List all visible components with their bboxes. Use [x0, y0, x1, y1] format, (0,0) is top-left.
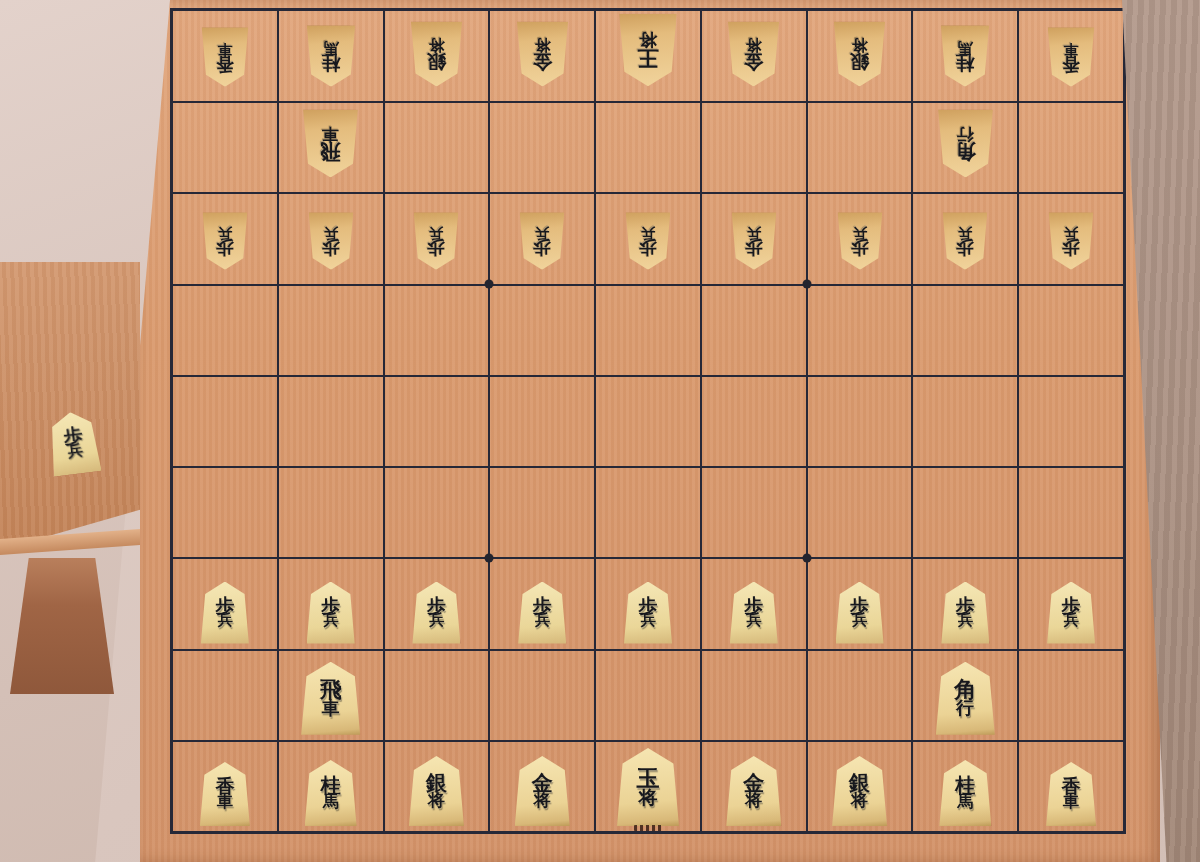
piece-silver-sente[interactable]: 銀将 — [832, 756, 887, 826]
square-9i[interactable]: 香車 — [172, 741, 278, 832]
piece-kanji: 兵 — [746, 614, 761, 628]
piece-pawn-gote[interactable]: 歩兵 — [308, 212, 353, 270]
piece-kanji: 将 — [534, 38, 550, 53]
square-7b[interactable] — [384, 102, 490, 193]
piece-kanji: 馬 — [323, 795, 339, 810]
piece-knight-sente[interactable]: 桂馬 — [305, 760, 357, 826]
piece-kanji: 兵 — [535, 226, 549, 239]
square-1b[interactable] — [1018, 102, 1124, 193]
piece-pawn-sente[interactable]: 歩兵 — [730, 582, 778, 644]
piece-lance-sente[interactable]: 香車 — [1046, 762, 1096, 826]
piece-kanji: 車 — [1064, 42, 1079, 56]
piece-kanji: 兵 — [1064, 614, 1079, 628]
square-1h[interactable] — [1018, 650, 1124, 741]
piece-kanji: 将 — [745, 793, 762, 809]
piece-kanji: 将 — [428, 793, 445, 809]
square-1g[interactable]: 歩兵 — [1018, 558, 1124, 649]
piece-pawn-gote[interactable]: 歩兵 — [203, 212, 248, 270]
piece-pawn-gote[interactable]: 歩兵 — [731, 212, 776, 270]
square-3d[interactable] — [807, 285, 913, 376]
square-5d[interactable] — [595, 285, 701, 376]
square-5a[interactable]: 王将 — [595, 10, 701, 102]
square-7d[interactable] — [384, 285, 490, 376]
square-8a[interactable]: 桂馬 — [278, 10, 384, 102]
square-3a[interactable]: 銀将 — [807, 10, 913, 102]
square-6f[interactable] — [489, 467, 595, 558]
square-1a[interactable]: 香車 — [1018, 10, 1124, 102]
square-7a[interactable]: 銀将 — [384, 10, 490, 102]
piece-kanji: 行 — [956, 700, 974, 717]
square-4d[interactable] — [701, 285, 807, 376]
hoshi-dot — [802, 279, 811, 288]
piece-kanji: 銀 — [427, 52, 447, 70]
square-9g[interactable]: 歩兵 — [172, 558, 278, 649]
piece-kanji: 将 — [534, 793, 551, 809]
piece-silver-gote[interactable]: 銀将 — [834, 21, 885, 86]
piece-lance-gote[interactable]: 香車 — [1048, 27, 1095, 87]
piece-lance-sente[interactable]: 香車 — [200, 762, 250, 826]
piece-kanji: 兵 — [747, 226, 761, 239]
piece-pawn-gote[interactable]: 歩兵 — [943, 212, 988, 270]
piece-pawn-sente[interactable]: 歩兵 — [1047, 582, 1095, 644]
square-4g[interactable]: 歩兵 — [701, 558, 807, 649]
square-2e[interactable] — [912, 376, 1018, 467]
piece-pawn-sente[interactable]: 歩兵 — [624, 582, 672, 644]
square-2h[interactable]: 角行 — [912, 650, 1018, 741]
piece-pawn-gote[interactable]: 歩兵 — [837, 212, 882, 270]
piece-kanji: 将 — [638, 789, 657, 806]
square-5e[interactable] — [595, 376, 701, 467]
square-1i[interactable]: 香車 — [1018, 741, 1124, 832]
square-8i[interactable]: 桂馬 — [278, 741, 384, 832]
piece-rook-gote[interactable]: 飛車 — [303, 110, 358, 178]
square-3f[interactable] — [807, 467, 913, 558]
piece-pawn-sente[interactable]: 歩兵 — [836, 582, 884, 644]
piece-knight-sente[interactable]: 桂馬 — [939, 760, 991, 826]
square-5i[interactable]: 玉将 — [595, 741, 701, 832]
piece-kanji: 兵 — [958, 614, 973, 628]
square-2g[interactable]: 歩兵 — [912, 558, 1018, 649]
square-6h[interactable] — [489, 650, 595, 741]
square-6a[interactable]: 金将 — [489, 10, 595, 102]
square-2b[interactable]: 角行 — [912, 102, 1018, 193]
square-6c[interactable]: 歩兵 — [489, 193, 595, 284]
square-1e[interactable] — [1018, 376, 1124, 467]
piece-silver-gote[interactable]: 銀将 — [411, 21, 462, 86]
square-4i[interactable]: 金将 — [701, 741, 807, 832]
piece-kanji: 馬 — [958, 41, 973, 55]
square-7g[interactable]: 歩兵 — [384, 558, 490, 649]
komadai-stand — [0, 262, 140, 702]
square-9f[interactable] — [172, 467, 278, 558]
square-8c[interactable]: 歩兵 — [278, 193, 384, 284]
square-5c[interactable]: 歩兵 — [595, 193, 701, 284]
square-6d[interactable] — [489, 285, 595, 376]
piece-silver-sente[interactable]: 銀将 — [409, 756, 464, 826]
square-2d[interactable] — [912, 285, 1018, 376]
square-9e[interactable] — [172, 376, 278, 467]
komadai-top-surface — [0, 262, 140, 550]
square-3b[interactable] — [807, 102, 913, 193]
square-9c[interactable]: 歩兵 — [172, 193, 278, 284]
piece-gold-sente[interactable]: 金将 — [726, 756, 781, 826]
piece-kanji: 飛 — [320, 142, 340, 161]
square-6b[interactable] — [489, 102, 595, 193]
square-8e[interactable] — [278, 376, 384, 467]
square-8g[interactable]: 歩兵 — [278, 558, 384, 649]
piece-kanji: 車 — [217, 42, 232, 56]
square-6i[interactable]: 金将 — [489, 741, 595, 832]
hoshi-dot — [485, 279, 494, 288]
square-4f[interactable] — [701, 467, 807, 558]
piece-kanji: 将 — [429, 38, 445, 53]
square-7e[interactable] — [384, 376, 490, 467]
piece-pawn-gote[interactable]: 歩兵 — [1049, 212, 1094, 270]
square-3g[interactable]: 歩兵 — [807, 558, 913, 649]
piece-pawn-gote[interactable]: 歩兵 — [414, 212, 459, 270]
square-2i[interactable]: 桂馬 — [912, 741, 1018, 832]
piece-kanji: 金 — [744, 52, 764, 70]
piece-gold-gote[interactable]: 金将 — [517, 21, 568, 86]
piece-kanji: 将 — [852, 38, 868, 53]
piece-knight-gote[interactable]: 桂馬 — [306, 25, 354, 86]
piece-pawn-sente[interactable]: 歩兵 — [307, 582, 355, 644]
piece-kanji: 兵 — [1064, 226, 1078, 239]
piece-kanji: 兵 — [641, 226, 655, 239]
komadai-pedestal — [10, 558, 114, 694]
square-4h[interactable] — [701, 650, 807, 741]
piece-gold-sente[interactable]: 金将 — [515, 756, 570, 826]
piece-kanji: 車 — [322, 700, 340, 717]
piece-king-sente[interactable]: 玉将 — [617, 748, 679, 826]
piece-pawn-gote[interactable]: 歩兵 — [520, 212, 565, 270]
hoshi-dot — [802, 553, 811, 562]
piece-kanji: 将 — [851, 793, 868, 809]
square-3c[interactable]: 歩兵 — [807, 193, 913, 284]
square-3h[interactable] — [807, 650, 913, 741]
piece-kanji: 将 — [746, 38, 762, 53]
square-7f[interactable] — [384, 467, 490, 558]
piece-pawn-sente[interactable]: 歩兵 — [201, 582, 249, 644]
piece-lance-gote[interactable]: 香車 — [202, 27, 249, 87]
piece-pawn-sente[interactable]: 歩兵 — [518, 582, 566, 644]
square-7h[interactable] — [384, 650, 490, 741]
scene: 香車桂馬銀将金将王将金将銀将桂馬香車飛車角行歩兵歩兵歩兵歩兵歩兵歩兵歩兵歩兵歩兵… — [0, 0, 1200, 862]
square-4b[interactable] — [701, 102, 807, 193]
piece-kanji: 銀 — [850, 52, 870, 70]
square-7c[interactable]: 歩兵 — [384, 193, 490, 284]
piece-rook-sente[interactable]: 飛車 — [301, 662, 360, 735]
piece-gold-gote[interactable]: 金将 — [728, 21, 779, 86]
square-8d[interactable] — [278, 285, 384, 376]
square-5h[interactable] — [595, 650, 701, 741]
square-8b[interactable]: 飛車 — [278, 102, 384, 193]
piece-kanji: 兵 — [218, 226, 232, 239]
square-7i[interactable]: 銀将 — [384, 741, 490, 832]
piece-bishop-sente[interactable]: 角行 — [936, 662, 995, 735]
piece-kanji: 兵 — [429, 226, 443, 239]
square-1c[interactable]: 歩兵 — [1018, 193, 1124, 284]
board-grid: 香車桂馬銀将金将王将金将銀将桂馬香車飛車角行歩兵歩兵歩兵歩兵歩兵歩兵歩兵歩兵歩兵… — [170, 8, 1126, 834]
piece-kanji: 行 — [957, 127, 974, 142]
piece-pawn-gote[interactable]: 歩兵 — [626, 212, 671, 270]
square-8f[interactable] — [278, 467, 384, 558]
square-4e[interactable] — [701, 376, 807, 467]
square-3i[interactable]: 銀将 — [807, 741, 913, 832]
square-9b[interactable] — [172, 102, 278, 193]
piece-kanji: 車 — [1063, 795, 1079, 810]
piece-kanji: 兵 — [640, 614, 655, 628]
piece-bishop-gote[interactable]: 角行 — [938, 110, 993, 178]
square-1d[interactable] — [1018, 285, 1124, 376]
square-2a[interactable]: 桂馬 — [912, 10, 1018, 102]
piece-kanji: 兵 — [67, 444, 84, 460]
square-9h[interactable] — [172, 650, 278, 741]
piece-kanji: 兵 — [535, 614, 550, 628]
piece-kanji: 将 — [639, 32, 657, 48]
square-2c[interactable]: 歩兵 — [912, 193, 1018, 284]
square-6e[interactable] — [489, 376, 595, 467]
piece-kanji: 王 — [637, 48, 658, 68]
square-9d[interactable] — [172, 285, 278, 376]
piece-kanji: 兵 — [429, 614, 444, 628]
maker-mark — [634, 825, 662, 831]
square-9a[interactable]: 香車 — [172, 10, 278, 102]
square-4c[interactable]: 歩兵 — [701, 193, 807, 284]
square-5b[interactable] — [595, 102, 701, 193]
square-8h[interactable]: 飛車 — [278, 650, 384, 741]
piece-pawn-sente[interactable]: 歩兵 — [941, 582, 989, 644]
piece-kanji: 車 — [217, 795, 233, 810]
piece-kanji: 兵 — [853, 226, 867, 239]
piece-kanji: 兵 — [217, 614, 232, 628]
square-5f[interactable] — [595, 467, 701, 558]
piece-pawn-sente[interactable]: 歩兵 — [412, 582, 460, 644]
shogi-board: 香車桂馬銀将金将王将金将銀将桂馬香車飛車角行歩兵歩兵歩兵歩兵歩兵歩兵歩兵歩兵歩兵… — [140, 0, 1160, 862]
piece-kanji: 兵 — [324, 226, 338, 239]
square-5g[interactable]: 歩兵 — [595, 558, 701, 649]
piece-kanji: 馬 — [323, 41, 338, 55]
square-6g[interactable]: 歩兵 — [489, 558, 595, 649]
hoshi-dot — [485, 553, 494, 562]
piece-kanji: 車 — [322, 127, 339, 142]
square-3e[interactable] — [807, 376, 913, 467]
piece-kanji: 角 — [955, 142, 975, 161]
square-2f[interactable] — [912, 467, 1018, 558]
piece-kanji: 金 — [532, 52, 552, 70]
piece-knight-gote[interactable]: 桂馬 — [941, 25, 989, 86]
piece-kanji: 兵 — [852, 614, 867, 628]
square-4a[interactable]: 金将 — [701, 10, 807, 102]
piece-kanji: 兵 — [323, 614, 338, 628]
square-1f[interactable] — [1018, 467, 1124, 558]
piece-kanji: 馬 — [957, 795, 973, 810]
piece-king-gote[interactable]: 王将 — [619, 14, 677, 87]
piece-kanji: 兵 — [958, 226, 972, 239]
